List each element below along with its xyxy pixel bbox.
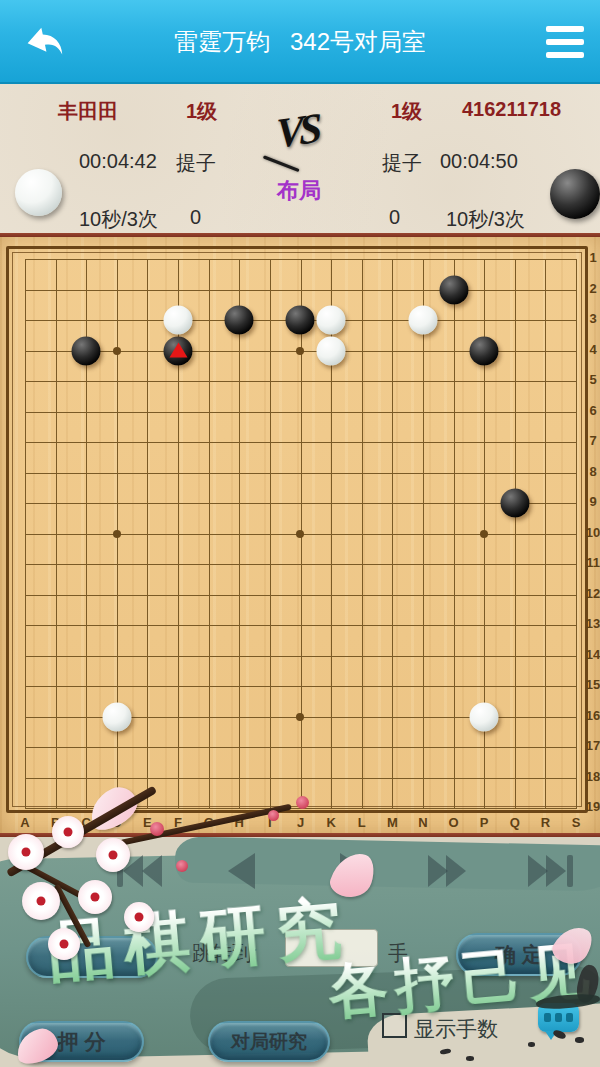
ink-speck	[466, 1056, 474, 1061]
white-stone-K4	[317, 336, 346, 365]
row-coordinate-label: 2	[585, 281, 600, 296]
column-coordinate-label: J	[293, 815, 309, 830]
column-coordinate-label: H	[231, 815, 247, 830]
black-stone-avatar	[550, 169, 600, 219]
column-coordinate-label: M	[384, 815, 400, 830]
board-grid-line	[25, 259, 577, 260]
ink-speck	[528, 1042, 535, 1047]
black-stone-J3	[286, 306, 315, 335]
column-coordinate-label: A	[17, 815, 33, 830]
black-stone-P4	[470, 336, 499, 365]
row-coordinate-label: 9	[585, 494, 600, 509]
players-info-panel: 丰田田 1级 1级 416211718 00:04:42 提子 提子 00:04…	[0, 84, 600, 233]
step-backward-icon[interactable]	[215, 847, 269, 895]
row-coordinate-label: 12	[585, 586, 600, 601]
black-captures-count: 0	[389, 206, 400, 229]
white-stone-K3	[317, 306, 346, 335]
column-coordinate-label: G	[201, 815, 217, 830]
row-coordinate-label: 13	[585, 616, 600, 631]
white-stone-avatar	[15, 169, 62, 216]
board-grid-line	[25, 381, 577, 382]
black-stone-Q9	[500, 489, 529, 518]
row-coordinate-label: 17	[585, 738, 600, 753]
black-player-rank: 1级	[391, 98, 422, 125]
black-stone-F4	[164, 336, 193, 365]
row-coordinate-label: 16	[585, 708, 600, 723]
go-board[interactable]: ABCDEFGHIJKLMNOPQRS123456789101112131415…	[0, 237, 600, 833]
hamburger-menu-icon[interactable]	[546, 26, 584, 58]
star-point	[113, 530, 121, 538]
board-grid-line	[25, 747, 577, 748]
row-coordinate-label: 15	[585, 677, 600, 692]
separator-bottom	[0, 833, 600, 837]
board-grid-line	[25, 595, 577, 596]
top-bar: 雷霆万钧 342号对局室	[0, 0, 600, 84]
column-coordinate-label: I	[262, 815, 278, 830]
column-coordinate-label: F	[170, 815, 186, 830]
row-coordinate-label: 14	[585, 647, 600, 662]
research-panel: 跳转到: 手 确 定 押 分 对局研究 显示手数 品棋研究 各抒己见	[0, 837, 600, 1067]
board-grid-line	[25, 778, 577, 779]
board-grid-line	[25, 412, 577, 413]
black-byoyomi: 10秒/3次	[446, 206, 525, 233]
ink-speck	[575, 1037, 584, 1043]
column-coordinate-label: P	[476, 815, 492, 830]
black-player-name: 416211718	[462, 98, 561, 121]
row-coordinate-label: 8	[585, 464, 600, 479]
game-study-button[interactable]: 对局研究	[208, 1021, 330, 1062]
white-clock: 00:04:42	[79, 150, 157, 173]
skip-to-end-icon[interactable]	[524, 847, 578, 895]
board-grid-line	[25, 290, 577, 291]
column-coordinate-label: Q	[507, 815, 523, 830]
column-coordinate-label: S	[568, 815, 584, 830]
white-byoyomi: 10秒/3次	[79, 206, 158, 233]
column-coordinate-label: N	[415, 815, 431, 830]
game-phase-label: 布局	[277, 176, 321, 206]
last-move-triangle-marker	[169, 343, 187, 358]
board-grid-line	[25, 564, 577, 565]
white-stone-F3	[164, 306, 193, 335]
row-coordinate-label: 7	[585, 433, 600, 448]
separator-top	[0, 233, 600, 237]
white-player-rank: 1级	[186, 98, 217, 125]
board-grid-line	[25, 503, 577, 504]
white-player-name: 丰田田	[58, 98, 118, 125]
black-clock: 00:04:50	[440, 150, 518, 173]
fast-forward-icon[interactable]	[423, 847, 477, 895]
white-captures-label: 提子	[176, 150, 216, 177]
white-stone-D16	[102, 702, 131, 731]
board-grid-line	[25, 625, 577, 626]
row-coordinate-label: 3	[585, 311, 600, 326]
black-stone-H3	[225, 306, 254, 335]
column-coordinate-label: R	[537, 815, 553, 830]
star-point	[296, 347, 304, 355]
row-coordinate-label: 11	[585, 555, 600, 570]
skip-to-start-icon[interactable]	[112, 847, 166, 895]
column-coordinate-label: K	[323, 815, 339, 830]
column-coordinate-label: L	[354, 815, 370, 830]
black-stone-O2	[439, 275, 468, 304]
room-title-left: 雷霆万钧	[174, 26, 270, 58]
row-coordinate-label: 1	[585, 250, 600, 265]
star-point	[113, 347, 121, 355]
white-stone-P16	[470, 702, 499, 731]
white-captures-count: 0	[190, 206, 201, 229]
row-coordinate-label: 19	[585, 799, 600, 814]
board-grid-line	[25, 656, 577, 657]
row-coordinate-label: 6	[585, 403, 600, 418]
row-coordinate-label: 18	[585, 769, 600, 784]
star-point	[296, 530, 304, 538]
black-captures-label: 提子	[382, 150, 422, 177]
vs-mark: VS	[275, 102, 328, 161]
room-title: 雷霆万钧 342号对局室	[0, 0, 600, 84]
black-stone-C4	[72, 336, 101, 365]
star-point	[480, 530, 488, 538]
board-grid-line	[25, 442, 577, 443]
room-title-right: 342号对局室	[290, 26, 426, 58]
row-coordinate-label: 4	[585, 342, 600, 357]
go-game-room-screen: 雷霆万钧 342号对局室 丰田田 1级 1级 416211718 00:04:4…	[0, 0, 600, 1067]
board-grid-line	[25, 473, 577, 474]
column-coordinate-label: B	[48, 815, 64, 830]
row-coordinate-label: 5	[585, 372, 600, 387]
column-coordinate-label: E	[139, 815, 155, 830]
white-stone-N3	[408, 306, 437, 335]
board-grid-line	[25, 686, 577, 687]
column-coordinate-label: O	[446, 815, 462, 830]
star-point	[296, 713, 304, 721]
row-coordinate-label: 10	[585, 525, 600, 540]
